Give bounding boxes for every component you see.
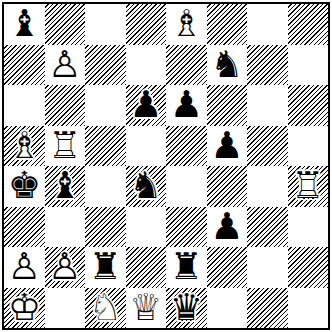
square-d6[interactable]: ♟♟ bbox=[126, 85, 167, 126]
square-h8[interactable] bbox=[288, 4, 329, 45]
square-a5[interactable]: ♝♗ bbox=[4, 126, 45, 167]
square-g5[interactable] bbox=[247, 126, 288, 167]
white-bishop[interactable]: ♝♗ bbox=[4, 126, 45, 167]
white-pawn-icon: ♙ bbox=[45, 247, 86, 288]
square-f1[interactable] bbox=[207, 288, 248, 329]
white-queen[interactable]: ♛♕ bbox=[126, 288, 167, 329]
black-rook[interactable]: ♜♜ bbox=[85, 247, 126, 288]
square-a8[interactable]: ♝♝ bbox=[4, 4, 45, 45]
square-e8[interactable]: ♝♗ bbox=[166, 4, 207, 45]
square-d2[interactable] bbox=[126, 247, 167, 288]
black-pawn-icon: ♟ bbox=[207, 126, 248, 167]
black-pawn[interactable]: ♟♟ bbox=[207, 126, 248, 167]
black-knight-icon: ♞ bbox=[207, 45, 248, 86]
white-pawn[interactable]: ♟♙ bbox=[4, 247, 45, 288]
square-d4[interactable]: ♞♞ bbox=[126, 166, 167, 207]
square-f2[interactable] bbox=[207, 247, 248, 288]
square-h6[interactable] bbox=[288, 85, 329, 126]
black-pawn-icon: ♟ bbox=[126, 85, 167, 126]
square-b6[interactable] bbox=[45, 85, 86, 126]
square-e7[interactable] bbox=[166, 45, 207, 86]
black-rook[interactable]: ♜♜ bbox=[166, 247, 207, 288]
black-knight-icon: ♞ bbox=[126, 166, 167, 207]
square-c6[interactable] bbox=[85, 85, 126, 126]
chess-diagram: ♝♝♝♗♟♙♞♞♟♟♟♟♝♗♜♖♟♟♚♚♝♝♞♞♜♖♟♟♟♙♟♙♜♜♜♜♚♔♞♘… bbox=[0, 0, 332, 332]
square-g7[interactable] bbox=[247, 45, 288, 86]
white-bishop-icon: ♗ bbox=[166, 4, 207, 45]
white-pawn[interactable]: ♟♙ bbox=[45, 247, 86, 288]
square-e6[interactable]: ♟♟ bbox=[166, 85, 207, 126]
square-g8[interactable] bbox=[247, 4, 288, 45]
square-b5[interactable]: ♜♖ bbox=[45, 126, 86, 167]
square-g2[interactable] bbox=[247, 247, 288, 288]
square-e2[interactable]: ♜♜ bbox=[166, 247, 207, 288]
white-bishop[interactable]: ♝♗ bbox=[166, 4, 207, 45]
black-rook-icon: ♜ bbox=[166, 247, 207, 288]
square-h5[interactable] bbox=[288, 126, 329, 167]
black-king-icon: ♚ bbox=[4, 166, 45, 207]
square-e4[interactable] bbox=[166, 166, 207, 207]
square-h4[interactable]: ♜♖ bbox=[288, 166, 329, 207]
square-b3[interactable] bbox=[45, 207, 86, 248]
square-c5[interactable] bbox=[85, 126, 126, 167]
square-f3[interactable]: ♟♟ bbox=[207, 207, 248, 248]
white-rook-icon: ♖ bbox=[288, 166, 329, 207]
square-c4[interactable] bbox=[85, 166, 126, 207]
square-a1[interactable]: ♚♔ bbox=[4, 288, 45, 329]
black-queen-icon: ♛ bbox=[166, 288, 207, 329]
white-knight[interactable]: ♞♘ bbox=[85, 288, 126, 329]
white-bishop-icon: ♗ bbox=[4, 126, 45, 167]
square-a6[interactable] bbox=[4, 85, 45, 126]
black-pawn[interactable]: ♟♟ bbox=[126, 85, 167, 126]
black-pawn-icon: ♟ bbox=[166, 85, 207, 126]
square-d3[interactable] bbox=[126, 207, 167, 248]
white-knight-icon: ♘ bbox=[85, 288, 126, 329]
square-f4[interactable] bbox=[207, 166, 248, 207]
square-c8[interactable] bbox=[85, 4, 126, 45]
square-d1[interactable]: ♛♕ bbox=[126, 288, 167, 329]
chess-board: ♝♝♝♗♟♙♞♞♟♟♟♟♝♗♜♖♟♟♚♚♝♝♞♞♜♖♟♟♟♙♟♙♜♜♜♜♚♔♞♘… bbox=[2, 2, 330, 330]
white-rook-icon: ♖ bbox=[45, 126, 86, 167]
square-b1[interactable] bbox=[45, 288, 86, 329]
square-d5[interactable] bbox=[126, 126, 167, 167]
square-a3[interactable] bbox=[4, 207, 45, 248]
square-h2[interactable] bbox=[288, 247, 329, 288]
square-g6[interactable] bbox=[247, 85, 288, 126]
square-c3[interactable] bbox=[85, 207, 126, 248]
square-b7[interactable]: ♟♙ bbox=[45, 45, 86, 86]
square-b2[interactable]: ♟♙ bbox=[45, 247, 86, 288]
square-f8[interactable] bbox=[207, 4, 248, 45]
square-f7[interactable]: ♞♞ bbox=[207, 45, 248, 86]
square-h7[interactable] bbox=[288, 45, 329, 86]
white-king[interactable]: ♚♔ bbox=[4, 288, 45, 329]
square-g1[interactable] bbox=[247, 288, 288, 329]
black-pawn-icon: ♟ bbox=[207, 207, 248, 248]
black-pawn[interactable]: ♟♟ bbox=[207, 207, 248, 248]
square-c7[interactable] bbox=[85, 45, 126, 86]
black-knight[interactable]: ♞♞ bbox=[126, 166, 167, 207]
square-f6[interactable] bbox=[207, 85, 248, 126]
black-knight[interactable]: ♞♞ bbox=[207, 45, 248, 86]
square-h1[interactable] bbox=[288, 288, 329, 329]
white-rook[interactable]: ♜♖ bbox=[288, 166, 329, 207]
black-bishop-icon: ♝ bbox=[4, 4, 45, 45]
square-c2[interactable]: ♜♜ bbox=[85, 247, 126, 288]
white-king-icon: ♔ bbox=[4, 288, 45, 329]
square-b4[interactable]: ♝♝ bbox=[45, 166, 86, 207]
square-c1[interactable]: ♞♘ bbox=[85, 288, 126, 329]
black-bishop-icon: ♝ bbox=[45, 166, 86, 207]
square-e5[interactable] bbox=[166, 126, 207, 167]
square-e1[interactable]: ♛♛ bbox=[166, 288, 207, 329]
square-d8[interactable] bbox=[126, 4, 167, 45]
square-a7[interactable] bbox=[4, 45, 45, 86]
square-a2[interactable]: ♟♙ bbox=[4, 247, 45, 288]
black-rook-icon: ♜ bbox=[85, 247, 126, 288]
black-pawn[interactable]: ♟♟ bbox=[166, 85, 207, 126]
square-g3[interactable] bbox=[247, 207, 288, 248]
square-a4[interactable]: ♚♚ bbox=[4, 166, 45, 207]
black-bishop[interactable]: ♝♝ bbox=[45, 166, 86, 207]
white-pawn[interactable]: ♟♙ bbox=[45, 45, 86, 86]
white-pawn-icon: ♙ bbox=[45, 45, 86, 86]
white-pawn-icon: ♙ bbox=[4, 247, 45, 288]
black-king[interactable]: ♚♚ bbox=[4, 166, 45, 207]
square-f5[interactable]: ♟♟ bbox=[207, 126, 248, 167]
black-bishop[interactable]: ♝♝ bbox=[4, 4, 45, 45]
white-rook[interactable]: ♜♖ bbox=[45, 126, 86, 167]
black-queen[interactable]: ♛♛ bbox=[166, 288, 207, 329]
square-b8[interactable] bbox=[45, 4, 86, 45]
square-e3[interactable] bbox=[166, 207, 207, 248]
square-h3[interactable] bbox=[288, 207, 329, 248]
white-queen-icon: ♕ bbox=[126, 288, 167, 329]
square-g4[interactable] bbox=[247, 166, 288, 207]
square-d7[interactable] bbox=[126, 45, 167, 86]
